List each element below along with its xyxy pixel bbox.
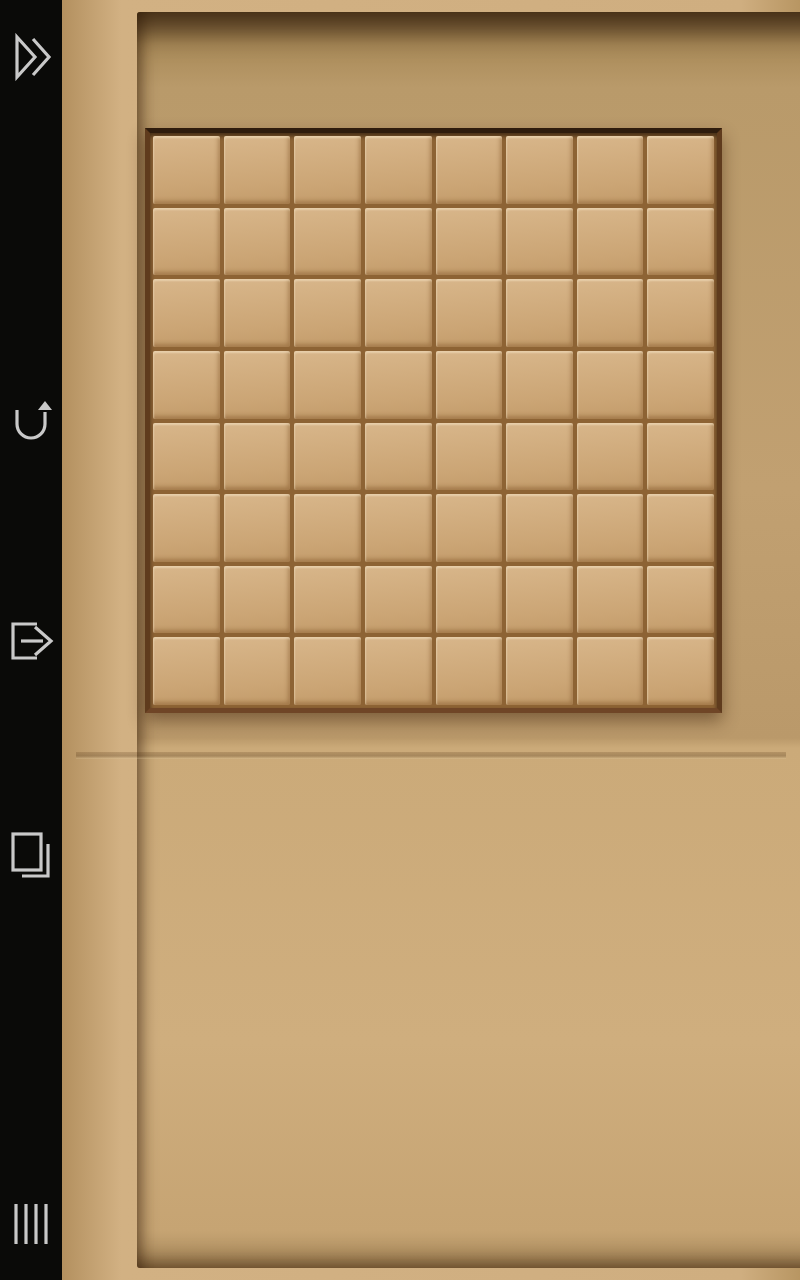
board-cell-r7c4[interactable]: [436, 637, 503, 705]
board-cell-r6c2[interactable]: [294, 566, 361, 634]
board-cell-r0c5[interactable]: [506, 136, 573, 204]
board-cell-r3c3[interactable]: [365, 351, 432, 419]
game-board: [145, 128, 722, 713]
board-cell-r7c5[interactable]: [506, 637, 573, 705]
board-cell-r4c0[interactable]: [153, 423, 220, 491]
board-cell-r0c2[interactable]: [294, 136, 361, 204]
board-cell-r7c2[interactable]: [294, 637, 361, 705]
board-cell-r7c6[interactable]: [577, 637, 644, 705]
board-cell-r3c6[interactable]: [577, 351, 644, 419]
board-cell-r2c0[interactable]: [153, 279, 220, 347]
board-cell-r2c3[interactable]: [365, 279, 432, 347]
board-cell-r0c4[interactable]: [436, 136, 503, 204]
double-chevron-right-icon: [9, 33, 53, 81]
board-cell-r0c6[interactable]: [577, 136, 644, 204]
board-cell-r5c3[interactable]: [365, 494, 432, 562]
windows-button[interactable]: [0, 830, 62, 882]
board-cell-r7c1[interactable]: [224, 637, 291, 705]
forward-exit-button[interactable]: [0, 616, 62, 666]
board-grid: [153, 136, 714, 705]
board-cell-r2c2[interactable]: [294, 279, 361, 347]
board-cell-r7c3[interactable]: [365, 637, 432, 705]
board-cell-r1c2[interactable]: [294, 208, 361, 276]
board-cell-r4c7[interactable]: [647, 423, 714, 491]
menu-bars-button[interactable]: [0, 1198, 62, 1250]
board-cell-r1c4[interactable]: [436, 208, 503, 276]
board-cell-r6c1[interactable]: [224, 566, 291, 634]
expand-panel-button[interactable]: [0, 33, 62, 81]
undo-button[interactable]: [0, 396, 62, 448]
board-cell-r5c2[interactable]: [294, 494, 361, 562]
board-cell-r0c7[interactable]: [647, 136, 714, 204]
board-cell-r2c1[interactable]: [224, 279, 291, 347]
overlapping-rectangles-icon: [8, 830, 54, 882]
app-screen: 3 3 新游戏 取消: [0, 0, 800, 1280]
board-cell-r5c1[interactable]: [224, 494, 291, 562]
board-cell-r4c5[interactable]: [506, 423, 573, 491]
board-cell-r4c6[interactable]: [577, 423, 644, 491]
board-cell-r3c7[interactable]: [647, 351, 714, 419]
board-cell-r2c7[interactable]: [647, 279, 714, 347]
board-cell-r0c3[interactable]: [365, 136, 432, 204]
board-cell-r5c5[interactable]: [506, 494, 573, 562]
board-cell-r1c5[interactable]: [506, 208, 573, 276]
board-cell-r2c4[interactable]: [436, 279, 503, 347]
board-cell-r6c6[interactable]: [577, 566, 644, 634]
board-cell-r3c4[interactable]: [436, 351, 503, 419]
board-cell-r3c1[interactable]: [224, 351, 291, 419]
board-cell-r7c0[interactable]: [153, 637, 220, 705]
board-cell-r1c1[interactable]: [224, 208, 291, 276]
board-cell-r5c4[interactable]: [436, 494, 503, 562]
box-arrow-right-icon: [7, 616, 55, 666]
board-cell-r4c2[interactable]: [294, 423, 361, 491]
board-cell-r0c1[interactable]: [224, 136, 291, 204]
board-cell-r6c4[interactable]: [436, 566, 503, 634]
board-cell-r2c6[interactable]: [577, 279, 644, 347]
board-cell-r3c2[interactable]: [294, 351, 361, 419]
board-cell-r5c6[interactable]: [577, 494, 644, 562]
board-cell-r2c5[interactable]: [506, 279, 573, 347]
board-cell-r1c3[interactable]: [365, 208, 432, 276]
panel-seam: [76, 752, 786, 759]
board-cell-r4c4[interactable]: [436, 423, 503, 491]
board-cell-r6c7[interactable]: [647, 566, 714, 634]
system-sidebar: [0, 0, 62, 1280]
board-cell-r7c7[interactable]: [647, 637, 714, 705]
board-cell-r5c7[interactable]: [647, 494, 714, 562]
board-cell-r3c5[interactable]: [506, 351, 573, 419]
board-cell-r6c3[interactable]: [365, 566, 432, 634]
board-cell-r4c3[interactable]: [365, 423, 432, 491]
board-cell-r3c0[interactable]: [153, 351, 220, 419]
board-cell-r4c1[interactable]: [224, 423, 291, 491]
board-cell-r1c0[interactable]: [153, 208, 220, 276]
undo-icon: [9, 396, 53, 448]
board-cell-r1c6[interactable]: [577, 208, 644, 276]
board-cell-r1c7[interactable]: [647, 208, 714, 276]
board-cell-r0c0[interactable]: [153, 136, 220, 204]
board-cell-r6c0[interactable]: [153, 566, 220, 634]
board-cell-r6c5[interactable]: [506, 566, 573, 634]
four-vertical-bars-icon: [9, 1198, 53, 1250]
board-cell-r5c0[interactable]: [153, 494, 220, 562]
